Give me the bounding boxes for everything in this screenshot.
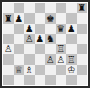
square-g8[interactable]: [66, 3, 77, 13]
square-e7[interactable]: ♚: [45, 13, 56, 23]
black-pawn: ♟: [67, 24, 76, 34]
black-queen: ♛: [56, 24, 65, 34]
white-pawn: ♙: [4, 44, 13, 54]
square-b2[interactable]: ♕: [14, 65, 25, 75]
square-f8[interactable]: [56, 3, 67, 13]
square-g4[interactable]: [66, 44, 77, 54]
square-c7[interactable]: [24, 13, 35, 23]
board-frame: ♜♜♟♚♟♛♟♙♟♞♙♖♙♙♖♕♗♔: [0, 0, 90, 88]
square-g7[interactable]: [66, 13, 77, 23]
square-c4[interactable]: [24, 44, 35, 54]
square-h7[interactable]: [77, 13, 88, 23]
square-b3[interactable]: [14, 54, 25, 64]
square-g3[interactable]: ♖: [66, 54, 77, 64]
square-e1[interactable]: [45, 75, 56, 85]
white-rook: ♖: [56, 44, 65, 54]
square-f3[interactable]: ♙: [56, 54, 67, 64]
white-rook: ♖: [67, 55, 76, 65]
white-pawn: ♙: [25, 34, 34, 44]
square-c6[interactable]: ♟: [24, 24, 35, 34]
black-rook: ♜: [4, 14, 13, 24]
square-d1[interactable]: [35, 75, 46, 85]
square-a7[interactable]: ♜: [3, 13, 14, 23]
square-a4[interactable]: ♙: [3, 44, 14, 54]
white-king: ♔: [67, 65, 76, 75]
white-pawn: ♙: [56, 55, 65, 65]
square-f5[interactable]: [56, 34, 67, 44]
square-c1[interactable]: [24, 75, 35, 85]
black-knight: ♞: [46, 34, 55, 44]
square-h2[interactable]: [77, 65, 88, 75]
square-b6[interactable]: [14, 24, 25, 34]
chess-board: ♜♜♟♚♟♛♟♙♟♞♙♖♙♙♖♕♗♔: [3, 3, 87, 85]
square-c5[interactable]: ♙: [24, 34, 35, 44]
square-g6[interactable]: ♟: [66, 24, 77, 34]
square-d2[interactable]: [35, 65, 46, 75]
square-f1[interactable]: [56, 75, 67, 85]
square-a3[interactable]: [3, 54, 14, 64]
square-e5[interactable]: ♞: [45, 34, 56, 44]
black-pawn: ♟: [35, 34, 44, 44]
black-pawn: ♟: [14, 14, 23, 24]
square-a5[interactable]: [3, 34, 14, 44]
square-e6[interactable]: [45, 24, 56, 34]
white-pawn: ♙: [46, 55, 55, 65]
square-b8[interactable]: [14, 3, 25, 13]
square-d3[interactable]: [35, 54, 46, 64]
white-queen: ♕: [14, 65, 23, 75]
black-rook: ♜: [77, 3, 86, 13]
square-f4[interactable]: ♖: [56, 44, 67, 54]
square-f7[interactable]: [56, 13, 67, 23]
square-c3[interactable]: [24, 54, 35, 64]
square-h1[interactable]: [77, 75, 88, 85]
white-bishop: ♗: [25, 65, 34, 75]
square-d6[interactable]: [35, 24, 46, 34]
square-d8[interactable]: [35, 3, 46, 13]
square-g1[interactable]: [66, 75, 77, 85]
square-h6[interactable]: [77, 24, 88, 34]
square-c8[interactable]: [24, 3, 35, 13]
square-g2[interactable]: ♔: [66, 65, 77, 75]
square-d4[interactable]: [35, 44, 46, 54]
square-b5[interactable]: [14, 34, 25, 44]
square-a1[interactable]: [3, 75, 14, 85]
square-e2[interactable]: [45, 65, 56, 75]
square-h5[interactable]: [77, 34, 88, 44]
square-e8[interactable]: [45, 3, 56, 13]
square-b7[interactable]: ♟: [14, 13, 25, 23]
square-d5[interactable]: ♟: [35, 34, 46, 44]
square-f2[interactable]: [56, 65, 67, 75]
square-f6[interactable]: ♛: [56, 24, 67, 34]
square-h3[interactable]: [77, 54, 88, 64]
black-king: ♚: [46, 14, 55, 24]
square-h8[interactable]: ♜: [77, 3, 88, 13]
square-e3[interactable]: ♙: [45, 54, 56, 64]
square-a6[interactable]: [3, 24, 14, 34]
square-d7[interactable]: [35, 13, 46, 23]
square-b4[interactable]: [14, 44, 25, 54]
square-b1[interactable]: [14, 75, 25, 85]
square-a2[interactable]: [3, 65, 14, 75]
square-e4[interactable]: [45, 44, 56, 54]
black-pawn: ♟: [25, 24, 34, 34]
square-c2[interactable]: ♗: [24, 65, 35, 75]
square-h4[interactable]: [77, 44, 88, 54]
square-g5[interactable]: [66, 34, 77, 44]
square-a8[interactable]: [3, 3, 14, 13]
